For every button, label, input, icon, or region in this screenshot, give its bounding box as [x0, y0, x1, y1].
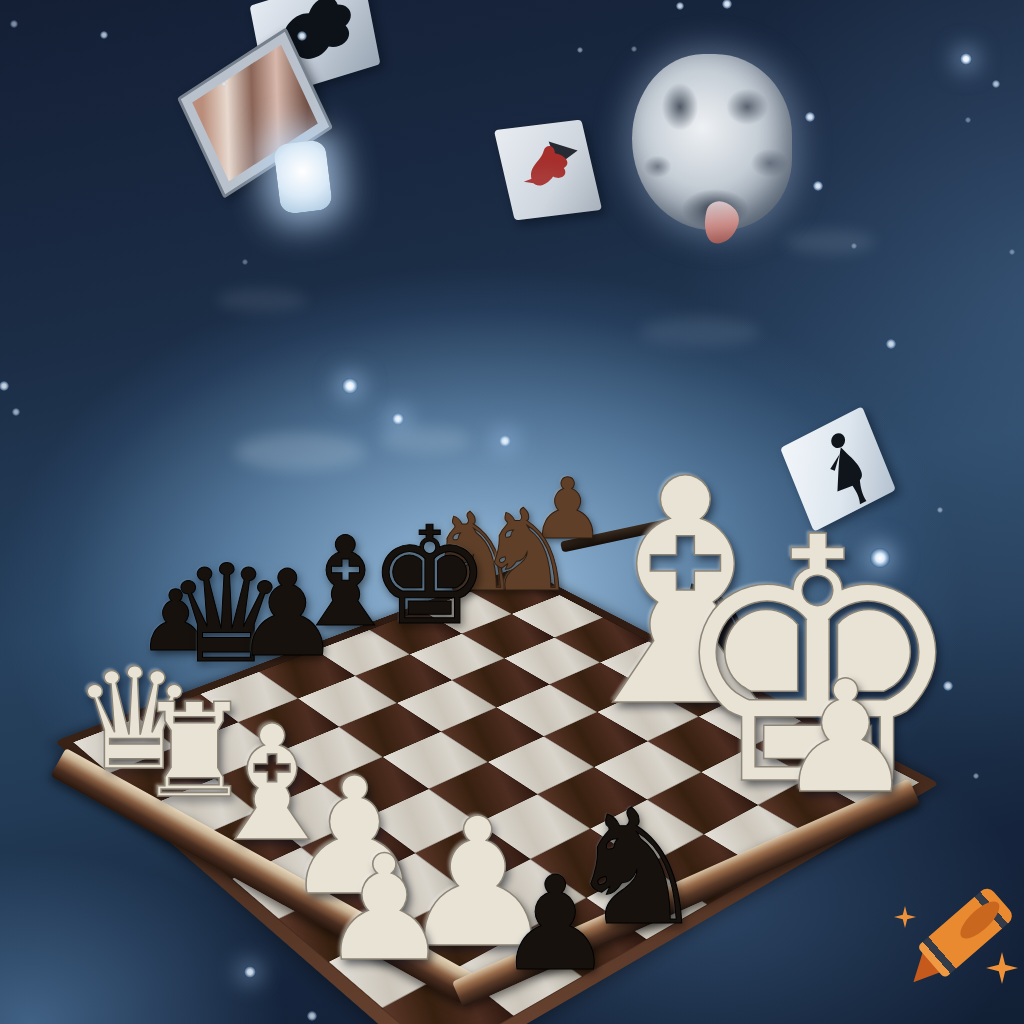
sparkle-icon — [986, 952, 1018, 984]
star — [965, 117, 971, 123]
white-pawn-b: ♟ — [319, 835, 450, 981]
crayon-label — [955, 896, 1005, 945]
black-pawn-b: ♟ — [234, 555, 341, 674]
star — [805, 112, 815, 122]
cloud-wisp — [217, 289, 307, 311]
moon — [632, 54, 792, 230]
craiyon-watermark — [888, 886, 1020, 1018]
star — [499, 435, 511, 447]
star — [960, 53, 972, 65]
star — [297, 31, 307, 41]
sparkle-icon — [894, 906, 916, 928]
black-king: ♚ — [369, 509, 490, 644]
star — [1009, 249, 1015, 255]
star — [307, 1011, 317, 1021]
cloud-wisp — [235, 433, 365, 471]
star — [100, 31, 108, 39]
cloud-wisp — [380, 427, 470, 453]
star — [631, 46, 637, 52]
cloud-wisp — [785, 230, 875, 254]
star — [244, 966, 256, 978]
star — [221, 81, 227, 87]
cloud-wisp — [640, 317, 760, 347]
star — [851, 243, 857, 249]
crayon-icon — [900, 885, 1015, 993]
star — [676, 2, 684, 10]
star — [10, 20, 18, 28]
star — [342, 378, 358, 394]
glowing-lantern — [273, 139, 333, 215]
black-pawn-d: ♟ — [497, 859, 614, 989]
star — [992, 80, 1000, 88]
white-pawn-d: ♟ — [776, 660, 915, 815]
cloud-wisp — [505, 170, 575, 190]
star — [242, 259, 248, 265]
star — [577, 47, 583, 53]
star — [886, 339, 896, 349]
star — [813, 181, 823, 191]
star — [12, 408, 20, 416]
star — [973, 773, 979, 779]
artwork: ♟♛♟♝♚♞♞♟♞♞♟♛♜♝♟♟♟♝♚♟ — [0, 0, 1024, 1024]
star — [392, 413, 404, 425]
